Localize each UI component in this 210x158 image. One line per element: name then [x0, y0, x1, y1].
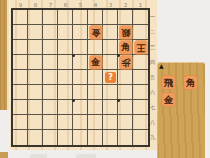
star-point [117, 54, 120, 57]
quiz-question-marker[interactable]: ? [105, 72, 116, 83]
board-square[interactable] [133, 85, 148, 100]
board-square[interactable] [73, 40, 88, 55]
board-square[interactable] [43, 130, 58, 145]
board-square[interactable] [133, 115, 148, 130]
board-square[interactable] [58, 85, 73, 100]
star-point [117, 99, 120, 102]
hand-piece-金[interactable]: 金 [162, 93, 175, 106]
star-point [72, 99, 75, 102]
board-square[interactable] [133, 25, 148, 40]
board-square[interactable] [88, 130, 103, 145]
gote-piece-24[interactable]: 歩 [120, 56, 132, 69]
board-square[interactable] [73, 70, 88, 85]
board-square[interactable] [118, 100, 133, 115]
board-square[interactable] [73, 130, 88, 145]
sente-piece-23[interactable]: 角 [120, 41, 132, 54]
board-square[interactable] [28, 10, 43, 25]
board-square[interactable] [73, 85, 88, 100]
board-square[interactable] [28, 85, 43, 100]
board-square[interactable] [28, 25, 43, 40]
board-square[interactable] [58, 130, 73, 145]
board-square[interactable] [58, 10, 73, 25]
board-square[interactable] [28, 55, 43, 70]
board-square[interactable] [13, 25, 28, 40]
board-square[interactable] [133, 55, 148, 70]
board-square[interactable] [133, 70, 148, 85]
board-square[interactable] [13, 10, 28, 25]
board-square[interactable] [13, 100, 28, 115]
gote-piece-22[interactable]: 銀 [120, 26, 132, 39]
board-square[interactable] [58, 55, 73, 70]
board-square[interactable] [103, 55, 118, 70]
board-square[interactable] [88, 85, 103, 100]
board-square[interactable] [13, 70, 28, 85]
sente-marker-icon: ▲ [159, 63, 164, 69]
board-square[interactable] [58, 25, 73, 40]
board-square[interactable] [88, 115, 103, 130]
sente-piece-44[interactable]: 金 [90, 56, 102, 69]
board-square[interactable] [118, 130, 133, 145]
board-square[interactable] [43, 85, 58, 100]
board-square[interactable] [88, 10, 103, 25]
board-square[interactable] [88, 40, 103, 55]
board-square[interactable] [43, 25, 58, 40]
hand-piece-角[interactable]: 角 [184, 76, 197, 89]
board-square[interactable] [28, 130, 43, 145]
board-square[interactable] [133, 100, 148, 115]
board-square[interactable] [118, 10, 133, 25]
board-square[interactable] [58, 70, 73, 85]
board-square[interactable] [43, 10, 58, 25]
board-square[interactable] [43, 55, 58, 70]
sente-hand-tray: ▲ 飛角金 [157, 62, 205, 158]
hand-piece-飛[interactable]: 飛 [162, 76, 175, 89]
board-square[interactable] [28, 70, 43, 85]
gote-piece-13[interactable]: 王 [135, 41, 147, 54]
board-square[interactable] [103, 25, 118, 40]
shogi-board: 987654321 一二三四五六七八九 金銀角王金歩? [10, 0, 157, 150]
board-square[interactable] [88, 70, 103, 85]
gote-piece-42[interactable]: 金 [90, 26, 102, 39]
opponent-tray-cutoff [0, 0, 9, 110]
board-square[interactable] [43, 70, 58, 85]
board-square[interactable] [13, 40, 28, 55]
board-square[interactable] [43, 115, 58, 130]
hand-pieces: 飛角金 [162, 76, 197, 106]
board-square[interactable] [73, 25, 88, 40]
board-square[interactable] [103, 100, 118, 115]
board-square[interactable] [28, 40, 43, 55]
board-square[interactable] [103, 130, 118, 145]
bottom-button-cutoff-1[interactable] [30, 154, 47, 158]
board-square[interactable] [58, 115, 73, 130]
board-square[interactable] [43, 100, 58, 115]
board-square[interactable] [13, 115, 28, 130]
board-square[interactable] [43, 40, 58, 55]
board-square[interactable] [133, 10, 148, 25]
board-square[interactable] [58, 40, 73, 55]
board-square[interactable] [133, 130, 148, 145]
board-square[interactable] [73, 115, 88, 130]
board-square[interactable] [28, 100, 43, 115]
board-square[interactable] [13, 55, 28, 70]
bottom-left-cutoff [0, 152, 8, 158]
board-square[interactable] [88, 100, 103, 115]
shogi-app-screen: 987654321 一二三四五六七八九 金銀角王金歩? ▲ 飛角金 [0, 0, 210, 158]
board-square[interactable] [103, 85, 118, 100]
bottom-button-cutoff-2[interactable] [76, 154, 96, 158]
board-square[interactable] [73, 55, 88, 70]
board-square[interactable] [58, 100, 73, 115]
board-square[interactable] [103, 115, 118, 130]
board-square[interactable] [13, 85, 28, 100]
board-square[interactable] [103, 10, 118, 25]
board-square[interactable] [118, 70, 133, 85]
board-square[interactable] [118, 115, 133, 130]
board-square[interactable] [73, 10, 88, 25]
board-square[interactable] [118, 85, 133, 100]
board-square[interactable] [103, 40, 118, 55]
board-square[interactable] [13, 130, 28, 145]
star-point [72, 54, 75, 57]
board-square[interactable] [28, 115, 43, 130]
board-square[interactable] [73, 100, 88, 115]
